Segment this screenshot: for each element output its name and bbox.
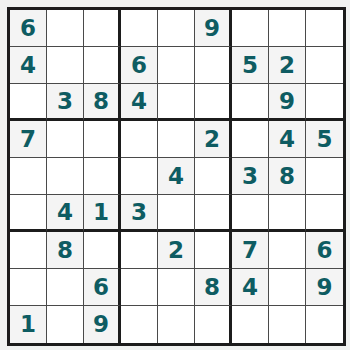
cell-r5c1[interactable] — [10, 158, 47, 195]
cell-r2c6[interactable] — [195, 47, 232, 84]
cell-r4c6: 2 — [195, 121, 232, 158]
cell-r6c6[interactable] — [195, 195, 232, 232]
cell-r8c8[interactable] — [269, 269, 306, 306]
cell-r5c9[interactable] — [306, 158, 343, 195]
cell-r8c7: 4 — [232, 269, 269, 306]
cell-r5c8: 8 — [269, 158, 306, 195]
cell-r9c3: 9 — [84, 306, 121, 343]
cell-r1c4[interactable] — [121, 10, 158, 47]
cell-r7c8[interactable] — [269, 232, 306, 269]
cell-r1c1: 6 — [10, 10, 47, 47]
cell-r3c2: 3 — [47, 84, 84, 121]
cell-r4c8: 4 — [269, 121, 306, 158]
cell-r9c1: 1 — [10, 306, 47, 343]
cell-r2c5[interactable] — [158, 47, 195, 84]
cell-r4c9: 5 — [306, 121, 343, 158]
cell-r9c4[interactable] — [121, 306, 158, 343]
cell-r4c7[interactable] — [232, 121, 269, 158]
cell-r1c3[interactable] — [84, 10, 121, 47]
cell-r8c9: 9 — [306, 269, 343, 306]
cell-r2c3[interactable] — [84, 47, 121, 84]
cell-r7c5: 2 — [158, 232, 195, 269]
cell-r5c4[interactable] — [121, 158, 158, 195]
cell-r7c3[interactable] — [84, 232, 121, 269]
cell-r7c9: 6 — [306, 232, 343, 269]
cell-r8c5[interactable] — [158, 269, 195, 306]
cell-r4c3[interactable] — [84, 121, 121, 158]
cell-r3c6[interactable] — [195, 84, 232, 121]
cell-r7c6[interactable] — [195, 232, 232, 269]
cell-r8c3: 6 — [84, 269, 121, 306]
cell-r2c8: 2 — [269, 47, 306, 84]
cell-r1c5[interactable] — [158, 10, 195, 47]
cell-r6c3: 1 — [84, 195, 121, 232]
cell-r8c6: 8 — [195, 269, 232, 306]
cell-r3c8: 9 — [269, 84, 306, 121]
cell-r7c2: 8 — [47, 232, 84, 269]
cell-r3c5[interactable] — [158, 84, 195, 121]
cell-r9c7[interactable] — [232, 306, 269, 343]
cell-r5c7: 3 — [232, 158, 269, 195]
cell-r5c2[interactable] — [47, 158, 84, 195]
cell-r5c5: 4 — [158, 158, 195, 195]
cell-r3c9[interactable] — [306, 84, 343, 121]
cell-r6c5[interactable] — [158, 195, 195, 232]
cell-r9c9[interactable] — [306, 306, 343, 343]
cell-r2c2[interactable] — [47, 47, 84, 84]
cell-r6c4: 3 — [121, 195, 158, 232]
cell-r1c2[interactable] — [47, 10, 84, 47]
cell-r3c4: 4 — [121, 84, 158, 121]
cell-r3c1[interactable] — [10, 84, 47, 121]
cell-r8c1[interactable] — [10, 269, 47, 306]
cell-r6c8[interactable] — [269, 195, 306, 232]
cell-r5c3[interactable] — [84, 158, 121, 195]
cell-r2c4: 6 — [121, 47, 158, 84]
cell-r9c5[interactable] — [158, 306, 195, 343]
cell-r3c7[interactable] — [232, 84, 269, 121]
cell-r6c7[interactable] — [232, 195, 269, 232]
cell-r4c2[interactable] — [47, 121, 84, 158]
cell-r6c2: 4 — [47, 195, 84, 232]
cell-r7c4[interactable] — [121, 232, 158, 269]
cell-r1c6: 9 — [195, 10, 232, 47]
cell-r7c1[interactable] — [10, 232, 47, 269]
cell-r2c1: 4 — [10, 47, 47, 84]
cell-r9c2[interactable] — [47, 306, 84, 343]
cell-r4c5[interactable] — [158, 121, 195, 158]
cell-r3c3: 8 — [84, 84, 121, 121]
cell-r4c1: 7 — [10, 121, 47, 158]
cell-r6c1[interactable] — [10, 195, 47, 232]
cell-r2c7: 5 — [232, 47, 269, 84]
cell-r2c9[interactable] — [306, 47, 343, 84]
cell-r4c4[interactable] — [121, 121, 158, 158]
sudoku-board: 694652384972454384138276684919 — [7, 7, 346, 346]
cell-r1c7[interactable] — [232, 10, 269, 47]
cell-r7c7: 7 — [232, 232, 269, 269]
cell-r1c9[interactable] — [306, 10, 343, 47]
cell-r9c8[interactable] — [269, 306, 306, 343]
cell-r1c8[interactable] — [269, 10, 306, 47]
cell-r8c4[interactable] — [121, 269, 158, 306]
cell-r6c9[interactable] — [306, 195, 343, 232]
cell-r5c6[interactable] — [195, 158, 232, 195]
cell-r9c6[interactable] — [195, 306, 232, 343]
cell-r8c2[interactable] — [47, 269, 84, 306]
